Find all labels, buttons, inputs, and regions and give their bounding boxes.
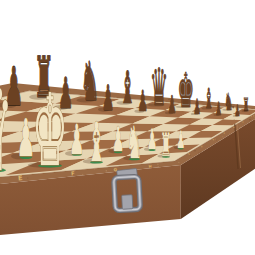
white-king-glyph: ♚ xyxy=(32,72,68,189)
piece-white-rook-h1: ♜ xyxy=(158,126,172,164)
clasp-tab xyxy=(122,195,133,210)
black-queen-glyph: ♛ xyxy=(150,58,169,117)
piece-white-pawn-h2: ♟ xyxy=(174,125,185,153)
piece-white-queen-d1: ♛ xyxy=(0,61,13,198)
piece-black-knight-b8: ♞ xyxy=(76,50,99,113)
piece-black-rook-h8: ♜ xyxy=(241,94,249,115)
black-king-glyph: ♚ xyxy=(177,62,194,118)
piece-black-knight-g8: ♞ xyxy=(223,87,233,115)
black-bishop-glyph: ♝ xyxy=(120,61,136,114)
chess-set-photo: ABCDEFGH12345678♜♞♝♛♚♝♞♜♟♟♟♟♟♟♟♟♟♟♟♟♟♟♟♟… xyxy=(0,0,255,255)
piece-black-bishop-c8: ♝ xyxy=(116,61,135,114)
piece-black-king-e8: ♚ xyxy=(175,62,194,118)
white-rook-glyph: ♜ xyxy=(160,126,172,164)
white-pawn-glyph: ♟ xyxy=(176,125,185,153)
piece-black-pawn-f7: ♟ xyxy=(191,94,201,119)
white-pawn-glyph: ♟ xyxy=(112,120,124,159)
file-label-h: H xyxy=(149,164,152,168)
piece-white-king-e1: ♚ xyxy=(28,72,68,189)
white-pawn-glyph: ♟ xyxy=(147,123,157,156)
black-pawn-glyph: ♟ xyxy=(234,101,240,119)
piece-black-pawn-e7: ♟ xyxy=(165,90,176,118)
white-knight-glyph: ♞ xyxy=(126,116,142,169)
black-pawn-glyph: ♟ xyxy=(193,94,201,119)
piece-black-bishop-f8: ♝ xyxy=(202,82,214,115)
piece-black-queen-d8: ♛ xyxy=(147,58,168,117)
black-knight-glyph: ♞ xyxy=(80,50,99,113)
black-pawn-glyph: ♟ xyxy=(168,90,177,118)
black-knight-glyph: ♞ xyxy=(224,87,233,115)
white-pawn-glyph: ♟ xyxy=(69,114,84,164)
black-bishop-glyph: ♝ xyxy=(204,82,214,115)
white-bishop-glyph: ♝ xyxy=(87,110,107,174)
piece-white-bishop-f1: ♝ xyxy=(83,110,106,174)
black-pawn-glyph: ♟ xyxy=(215,98,222,119)
white-queen-glyph: ♛ xyxy=(0,61,13,198)
black-rook-glyph: ♜ xyxy=(243,94,249,115)
black-pawn-glyph: ♟ xyxy=(137,84,147,118)
piece-white-knight-g1: ♞ xyxy=(123,116,142,169)
